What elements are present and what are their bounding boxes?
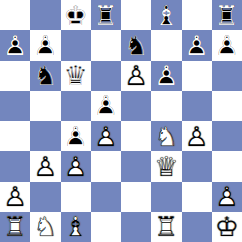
white-queen[interactable]: ♛ <box>154 153 178 180</box>
black-knight[interactable]: ♞ <box>33 62 57 89</box>
white-pawn[interactable]: ♟ <box>94 123 118 150</box>
square-a8[interactable] <box>0 0 30 30</box>
black-pawn[interactable]: ♟ <box>64 123 88 150</box>
black-pawn[interactable]: ♟ <box>185 32 209 59</box>
square-d8[interactable]: ♜ <box>91 0 121 30</box>
square-a1[interactable]: ♜ <box>0 212 30 242</box>
square-a7[interactable]: ♟ <box>0 30 30 60</box>
square-h3[interactable] <box>212 151 242 181</box>
white-king[interactable]: ♚ <box>215 213 239 240</box>
square-h6[interactable] <box>212 61 242 91</box>
square-g3[interactable] <box>182 151 212 181</box>
square-e1[interactable] <box>121 212 151 242</box>
square-g2[interactable] <box>182 182 212 212</box>
square-d5[interactable]: ♟ <box>91 91 121 121</box>
square-a6[interactable] <box>0 61 30 91</box>
square-a4[interactable] <box>0 121 30 151</box>
square-c5[interactable] <box>61 91 91 121</box>
square-f4[interactable]: ♞ <box>151 121 181 151</box>
square-d4[interactable]: ♟ <box>91 121 121 151</box>
square-g7[interactable]: ♟ <box>182 30 212 60</box>
square-e6[interactable]: ♟ <box>121 61 151 91</box>
black-queen[interactable]: ♛ <box>64 62 88 89</box>
square-b4[interactable] <box>30 121 60 151</box>
square-c1[interactable]: ♝ <box>61 212 91 242</box>
square-c2[interactable] <box>61 182 91 212</box>
square-e8[interactable] <box>121 0 151 30</box>
white-pawn[interactable]: ♟ <box>3 183 27 210</box>
square-h8[interactable]: ♜ <box>212 0 242 30</box>
black-bishop[interactable]: ♝ <box>154 2 178 29</box>
square-c3[interactable]: ♟ <box>61 151 91 181</box>
white-pawn[interactable]: ♟ <box>64 153 88 180</box>
white-pawn[interactable]: ♟ <box>33 153 57 180</box>
black-rook[interactable]: ♜ <box>215 2 239 29</box>
square-d1[interactable] <box>91 212 121 242</box>
white-knight[interactable]: ♞ <box>33 213 57 240</box>
square-e2[interactable] <box>121 182 151 212</box>
square-f7[interactable] <box>151 30 181 60</box>
square-h2[interactable]: ♟ <box>212 182 242 212</box>
black-pawn[interactable]: ♟ <box>33 32 57 59</box>
square-f8[interactable]: ♝ <box>151 0 181 30</box>
square-e7[interactable]: ♞ <box>121 30 151 60</box>
square-g8[interactable] <box>182 0 212 30</box>
square-f5[interactable] <box>151 91 181 121</box>
white-pawn[interactable]: ♟ <box>215 183 239 210</box>
square-c7[interactable] <box>61 30 91 60</box>
square-b1[interactable]: ♞ <box>30 212 60 242</box>
square-f2[interactable] <box>151 182 181 212</box>
square-c8[interactable]: ♚ <box>61 0 91 30</box>
black-rook[interactable]: ♜ <box>94 2 118 29</box>
square-c4[interactable]: ♟ <box>61 121 91 151</box>
square-d2[interactable] <box>91 182 121 212</box>
square-d3[interactable] <box>91 151 121 181</box>
white-pawn[interactable]: ♟ <box>185 123 209 150</box>
square-f1[interactable]: ♜ <box>151 212 181 242</box>
square-f6[interactable]: ♟ <box>151 61 181 91</box>
white-bishop[interactable]: ♝ <box>64 213 88 240</box>
square-e4[interactable] <box>121 121 151 151</box>
black-knight[interactable]: ♞ <box>124 32 148 59</box>
black-pawn[interactable]: ♟ <box>3 32 27 59</box>
square-b8[interactable] <box>30 0 60 30</box>
square-g6[interactable] <box>182 61 212 91</box>
square-f3[interactable]: ♛ <box>151 151 181 181</box>
square-a5[interactable] <box>0 91 30 121</box>
white-rook[interactable]: ♜ <box>3 213 27 240</box>
square-e5[interactable] <box>121 91 151 121</box>
square-b7[interactable]: ♟ <box>30 30 60 60</box>
square-d6[interactable] <box>91 61 121 91</box>
square-b5[interactable] <box>30 91 60 121</box>
square-d7[interactable] <box>91 30 121 60</box>
black-king[interactable]: ♚ <box>64 2 88 29</box>
square-h7[interactable]: ♟ <box>212 30 242 60</box>
white-pawn[interactable]: ♟ <box>124 62 148 89</box>
white-rook[interactable]: ♜ <box>154 213 178 240</box>
square-g5[interactable] <box>182 91 212 121</box>
white-knight[interactable]: ♞ <box>154 123 178 150</box>
square-b6[interactable]: ♞ <box>30 61 60 91</box>
square-e3[interactable] <box>121 151 151 181</box>
square-g4[interactable]: ♟ <box>182 121 212 151</box>
square-h5[interactable] <box>212 91 242 121</box>
square-g1[interactable] <box>182 212 212 242</box>
chess-board: ♚♜♝♜♟♟♞♟♟♞♛♟♟♟♟♟♞♟♟♟♛♟♟♜♞♝♜♚ <box>0 0 242 242</box>
black-pawn[interactable]: ♟ <box>215 32 239 59</box>
square-h1[interactable]: ♚ <box>212 212 242 242</box>
square-h4[interactable] <box>212 121 242 151</box>
square-b2[interactable] <box>30 182 60 212</box>
square-a3[interactable] <box>0 151 30 181</box>
square-b3[interactable]: ♟ <box>30 151 60 181</box>
square-c6[interactable]: ♛ <box>61 61 91 91</box>
square-a2[interactable]: ♟ <box>0 182 30 212</box>
black-pawn[interactable]: ♟ <box>154 62 178 89</box>
black-pawn[interactable]: ♟ <box>94 92 118 119</box>
